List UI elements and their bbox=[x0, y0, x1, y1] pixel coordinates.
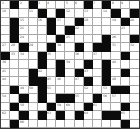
black-cell bbox=[38, 86, 47, 94]
black-cell bbox=[102, 77, 111, 85]
white-cell[interactable] bbox=[38, 43, 47, 51]
white-cell[interactable] bbox=[19, 9, 28, 17]
black-cell bbox=[19, 94, 28, 102]
white-cell[interactable] bbox=[29, 94, 38, 102]
white-cell[interactable]: 44 bbox=[1, 77, 10, 85]
black-cell bbox=[47, 18, 56, 26]
black-cell bbox=[84, 1, 93, 9]
white-cell[interactable] bbox=[38, 35, 47, 43]
clue-number: 39 bbox=[66, 60, 70, 63]
black-cell bbox=[10, 120, 19, 128]
white-cell[interactable] bbox=[130, 69, 139, 77]
clue-number: 57 bbox=[112, 94, 116, 97]
white-cell[interactable] bbox=[65, 120, 74, 128]
black-cell bbox=[130, 35, 139, 43]
white-cell[interactable] bbox=[102, 103, 111, 111]
clue-number: 42 bbox=[38, 69, 42, 72]
white-cell[interactable]: 14 bbox=[102, 9, 111, 17]
black-cell bbox=[38, 60, 47, 68]
clue-number: 65 bbox=[121, 111, 125, 114]
black-cell bbox=[56, 35, 65, 43]
white-cell[interactable] bbox=[93, 18, 102, 26]
clue-number: 43 bbox=[84, 69, 88, 72]
white-cell[interactable]: 31 bbox=[111, 43, 120, 51]
black-cell bbox=[29, 77, 38, 85]
white-cell[interactable]: 60 bbox=[65, 103, 74, 111]
clue-number: 33 bbox=[11, 52, 15, 55]
white-cell[interactable]: 16 bbox=[38, 18, 47, 26]
white-cell[interactable]: 55 bbox=[75, 94, 84, 102]
white-cell[interactable] bbox=[102, 52, 111, 60]
white-cell[interactable] bbox=[121, 35, 130, 43]
white-cell[interactable] bbox=[29, 60, 38, 68]
white-cell[interactable] bbox=[65, 86, 74, 94]
white-cell[interactable] bbox=[47, 120, 56, 128]
clue-number: 45 bbox=[47, 77, 51, 80]
white-cell[interactable]: 3 bbox=[38, 1, 47, 9]
white-cell[interactable] bbox=[121, 60, 130, 68]
white-cell[interactable]: 34 bbox=[19, 52, 28, 60]
white-cell[interactable]: 56 bbox=[102, 94, 111, 102]
clue-number: 62 bbox=[2, 111, 6, 114]
white-cell[interactable] bbox=[1, 103, 10, 111]
black-cell bbox=[130, 9, 139, 17]
clue-number: 34 bbox=[20, 52, 24, 55]
clue-number: 24 bbox=[20, 35, 24, 38]
clue-number: 3 bbox=[38, 1, 40, 4]
black-cell bbox=[121, 120, 130, 128]
black-cell bbox=[29, 1, 38, 9]
white-cell[interactable] bbox=[29, 120, 38, 128]
white-cell[interactable] bbox=[47, 9, 56, 17]
white-cell[interactable] bbox=[130, 94, 139, 102]
white-cell[interactable]: 62 bbox=[1, 111, 10, 119]
white-cell[interactable]: 40 bbox=[111, 60, 120, 68]
black-cell bbox=[38, 94, 47, 102]
white-cell[interactable]: 19 bbox=[111, 18, 120, 26]
white-cell[interactable] bbox=[47, 69, 56, 77]
white-cell[interactable] bbox=[56, 1, 65, 9]
white-cell[interactable]: 4 bbox=[47, 1, 56, 9]
clue-number: 23 bbox=[121, 26, 125, 29]
clue-number: 40 bbox=[112, 60, 116, 63]
white-cell[interactable] bbox=[47, 35, 56, 43]
black-cell bbox=[56, 69, 65, 77]
clue-number: 20 bbox=[130, 18, 134, 21]
white-cell[interactable]: 26 bbox=[111, 35, 120, 43]
white-cell[interactable]: 47 bbox=[75, 77, 84, 85]
white-cell[interactable]: 49 bbox=[19, 86, 28, 94]
white-cell[interactable]: 46 bbox=[56, 77, 65, 85]
white-cell[interactable] bbox=[56, 86, 65, 94]
white-cell[interactable]: 27 bbox=[1, 43, 10, 51]
black-cell bbox=[65, 26, 74, 34]
black-cell bbox=[93, 43, 102, 51]
white-cell[interactable]: 7 bbox=[93, 1, 102, 9]
clue-number: 13 bbox=[84, 9, 88, 12]
clue-number: 29 bbox=[29, 43, 33, 46]
white-cell[interactable]: 28 bbox=[10, 43, 19, 51]
white-cell[interactable]: 43 bbox=[84, 69, 93, 77]
white-cell[interactable] bbox=[10, 60, 19, 68]
white-cell[interactable] bbox=[65, 69, 74, 77]
white-cell[interactable]: 13 bbox=[84, 9, 93, 17]
clue-number: 48 bbox=[112, 77, 116, 80]
clue-number: 16 bbox=[38, 18, 42, 21]
white-cell[interactable]: 24 bbox=[19, 35, 28, 43]
clue-number: 21 bbox=[20, 26, 24, 29]
black-cell bbox=[65, 94, 74, 102]
clue-number: 1 bbox=[2, 1, 4, 4]
white-cell[interactable]: 48 bbox=[111, 77, 120, 85]
white-cell[interactable]: 57 bbox=[111, 94, 120, 102]
white-cell[interactable]: 21 bbox=[19, 26, 28, 34]
white-cell[interactable] bbox=[93, 26, 102, 34]
white-cell[interactable]: 63 bbox=[47, 111, 56, 119]
black-cell bbox=[102, 1, 111, 9]
white-cell[interactable]: 2 bbox=[19, 1, 28, 9]
clue-number: 14 bbox=[103, 9, 107, 12]
white-cell[interactable] bbox=[65, 18, 74, 26]
clue-number: 6 bbox=[75, 1, 77, 4]
white-cell[interactable]: 61 bbox=[93, 103, 102, 111]
black-cell bbox=[38, 9, 47, 17]
white-cell[interactable]: 58 bbox=[19, 103, 28, 111]
clue-number: 5 bbox=[66, 1, 68, 4]
white-cell[interactable] bbox=[93, 86, 102, 94]
clue-number: 60 bbox=[66, 103, 70, 106]
white-cell[interactable] bbox=[10, 77, 19, 85]
white-cell[interactable] bbox=[130, 1, 139, 9]
black-cell bbox=[84, 60, 93, 68]
white-cell[interactable] bbox=[111, 26, 120, 34]
black-cell bbox=[56, 94, 65, 102]
black-cell bbox=[102, 35, 111, 43]
clue-number: 2 bbox=[20, 1, 22, 4]
clue-number: 41 bbox=[2, 69, 6, 72]
clue-number: 61 bbox=[93, 103, 97, 106]
black-cell bbox=[10, 86, 19, 94]
black-cell bbox=[121, 103, 130, 111]
white-cell[interactable] bbox=[1, 18, 10, 26]
white-cell[interactable] bbox=[75, 103, 84, 111]
white-cell[interactable] bbox=[65, 43, 74, 51]
black-cell bbox=[75, 18, 84, 26]
white-cell[interactable] bbox=[29, 103, 38, 111]
black-cell bbox=[38, 111, 47, 119]
white-cell[interactable] bbox=[130, 52, 139, 60]
black-cell bbox=[19, 43, 28, 51]
clue-number: 19 bbox=[112, 18, 116, 21]
clue-number: 63 bbox=[47, 111, 51, 114]
black-cell bbox=[38, 77, 47, 85]
white-cell[interactable] bbox=[75, 35, 84, 43]
clue-number: 58 bbox=[20, 103, 24, 106]
white-cell[interactable] bbox=[130, 60, 139, 68]
black-cell bbox=[84, 77, 93, 85]
white-cell[interactable] bbox=[1, 86, 10, 94]
white-cell[interactable]: 50 bbox=[29, 86, 38, 94]
white-cell[interactable]: 1 bbox=[1, 1, 10, 9]
white-cell[interactable] bbox=[93, 35, 102, 43]
black-cell bbox=[47, 26, 56, 34]
white-cell[interactable] bbox=[56, 26, 65, 34]
white-cell[interactable] bbox=[1, 35, 10, 43]
white-cell[interactable]: 39 bbox=[65, 60, 74, 68]
white-cell[interactable] bbox=[130, 26, 139, 34]
clue-number: 66 bbox=[20, 120, 24, 123]
clue-number: 37 bbox=[93, 52, 97, 55]
black-cell bbox=[84, 103, 93, 111]
white-cell[interactable]: 53 bbox=[102, 86, 111, 94]
white-cell[interactable] bbox=[84, 26, 93, 34]
white-cell[interactable] bbox=[75, 86, 84, 94]
white-cell[interactable] bbox=[84, 120, 93, 128]
white-cell[interactable]: 9 bbox=[121, 1, 130, 9]
clue-number: 8 bbox=[112, 1, 114, 4]
white-cell[interactable]: 17 bbox=[56, 18, 65, 26]
white-cell[interactable] bbox=[102, 120, 111, 128]
white-cell[interactable] bbox=[93, 60, 102, 68]
white-cell[interactable] bbox=[121, 43, 130, 51]
white-cell[interactable] bbox=[65, 77, 74, 85]
white-cell[interactable] bbox=[102, 18, 111, 26]
clue-number: 30 bbox=[57, 43, 61, 46]
white-cell[interactable] bbox=[29, 111, 38, 119]
bottom-margin bbox=[0, 129, 140, 132]
black-cell bbox=[10, 26, 19, 34]
black-cell bbox=[38, 52, 47, 60]
white-cell[interactable] bbox=[29, 18, 38, 26]
black-cell bbox=[56, 111, 65, 119]
black-cell bbox=[121, 52, 130, 60]
white-cell[interactable]: 29 bbox=[29, 43, 38, 51]
white-cell[interactable] bbox=[111, 103, 120, 111]
clue-number: 51 bbox=[47, 86, 51, 89]
white-cell[interactable]: 54 bbox=[1, 94, 10, 102]
white-cell[interactable]: 15 bbox=[19, 18, 28, 26]
white-cell[interactable]: 36 bbox=[75, 52, 84, 60]
white-cell[interactable] bbox=[19, 60, 28, 68]
white-cell[interactable] bbox=[38, 26, 47, 34]
white-cell[interactable]: 5 bbox=[65, 1, 74, 9]
clue-number: 12 bbox=[66, 9, 70, 12]
black-cell bbox=[47, 103, 56, 111]
white-cell[interactable] bbox=[75, 9, 84, 17]
white-cell[interactable] bbox=[65, 52, 74, 60]
white-cell[interactable] bbox=[111, 120, 120, 128]
white-cell[interactable]: 65 bbox=[121, 111, 130, 119]
black-cell bbox=[56, 9, 65, 17]
white-cell[interactable] bbox=[111, 52, 120, 60]
white-cell[interactable]: 37 bbox=[93, 52, 102, 60]
white-cell[interactable] bbox=[38, 103, 47, 111]
clue-number: 35 bbox=[47, 52, 51, 55]
clue-number: 32 bbox=[130, 43, 134, 46]
clue-number: 56 bbox=[103, 94, 107, 97]
clue-number: 7 bbox=[93, 1, 95, 4]
clue-number: 59 bbox=[57, 103, 61, 106]
white-cell[interactable]: 18 bbox=[84, 18, 93, 26]
white-cell[interactable]: 23 bbox=[121, 26, 130, 34]
white-cell[interactable]: 59 bbox=[56, 103, 65, 111]
white-cell[interactable]: 12 bbox=[65, 9, 74, 17]
clue-number: 27 bbox=[2, 43, 6, 46]
clue-number: 22 bbox=[75, 26, 79, 29]
white-cell[interactable]: 25 bbox=[65, 35, 74, 43]
white-cell[interactable] bbox=[38, 120, 47, 128]
black-cell bbox=[19, 111, 28, 119]
white-cell[interactable]: 11 bbox=[29, 9, 38, 17]
clue-number: 49 bbox=[20, 86, 24, 89]
clue-number: 46 bbox=[57, 77, 61, 80]
clue-number: 4 bbox=[47, 1, 49, 4]
clue-number: 52 bbox=[84, 86, 88, 89]
white-cell[interactable] bbox=[29, 52, 38, 60]
black-cell bbox=[56, 60, 65, 68]
white-cell[interactable] bbox=[93, 77, 102, 85]
clue-number: 10 bbox=[2, 9, 6, 12]
white-cell[interactable] bbox=[47, 60, 56, 68]
clue-number: 53 bbox=[103, 86, 107, 89]
white-cell[interactable] bbox=[121, 9, 130, 17]
white-cell[interactable] bbox=[56, 52, 65, 60]
white-cell[interactable]: 42 bbox=[38, 69, 47, 77]
black-cell bbox=[102, 43, 111, 51]
white-cell[interactable] bbox=[130, 111, 139, 119]
white-cell[interactable]: 41 bbox=[1, 69, 10, 77]
white-cell[interactable] bbox=[1, 120, 10, 128]
black-cell bbox=[121, 69, 130, 77]
white-cell[interactable] bbox=[84, 94, 93, 102]
white-cell[interactable]: 38 bbox=[1, 60, 10, 68]
black-cell bbox=[29, 69, 38, 77]
black-cell bbox=[102, 69, 111, 77]
black-cell bbox=[121, 18, 130, 26]
white-cell[interactable] bbox=[130, 86, 139, 94]
clue-number: 44 bbox=[2, 77, 6, 80]
black-cell bbox=[1, 52, 10, 60]
black-cell bbox=[111, 111, 120, 119]
white-cell[interactable] bbox=[130, 77, 139, 85]
black-cell bbox=[75, 69, 84, 77]
white-cell[interactable] bbox=[75, 120, 84, 128]
clue-number: 9 bbox=[121, 1, 123, 4]
clue-number: 47 bbox=[75, 77, 79, 80]
white-cell[interactable] bbox=[10, 9, 19, 17]
white-cell[interactable]: 30 bbox=[56, 43, 65, 51]
white-cell[interactable] bbox=[65, 111, 74, 119]
white-cell[interactable] bbox=[111, 69, 120, 77]
white-cell[interactable] bbox=[75, 60, 84, 68]
black-cell bbox=[102, 111, 111, 119]
white-cell[interactable]: 32 bbox=[130, 43, 139, 51]
white-cell[interactable] bbox=[102, 26, 111, 34]
white-cell[interactable] bbox=[10, 94, 19, 102]
black-cell bbox=[111, 86, 120, 94]
white-cell[interactable]: 8 bbox=[111, 1, 120, 9]
white-cell[interactable] bbox=[19, 69, 28, 77]
white-cell[interactable] bbox=[130, 120, 139, 128]
black-cell bbox=[47, 43, 56, 51]
black-cell bbox=[75, 43, 84, 51]
black-cell bbox=[10, 1, 19, 9]
clue-number: 18 bbox=[84, 18, 88, 21]
white-cell[interactable]: 20 bbox=[130, 18, 139, 26]
clue-number: 50 bbox=[29, 86, 33, 89]
black-cell bbox=[102, 60, 111, 68]
white-cell[interactable] bbox=[121, 77, 130, 85]
crossword-board: 1234567891011121314151617181920212223242… bbox=[0, 0, 140, 129]
white-cell[interactable] bbox=[130, 103, 139, 111]
black-cell bbox=[111, 9, 120, 17]
white-cell[interactable] bbox=[29, 26, 38, 34]
black-cell bbox=[10, 18, 19, 26]
white-cell[interactable]: 52 bbox=[84, 86, 93, 94]
white-cell[interactable] bbox=[19, 77, 28, 85]
white-cell[interactable] bbox=[93, 9, 102, 17]
clue-number: 28 bbox=[11, 43, 15, 46]
clue-number: 26 bbox=[112, 35, 116, 38]
white-cell[interactable]: 35 bbox=[47, 52, 56, 60]
black-cell bbox=[10, 103, 19, 111]
white-cell[interactable] bbox=[93, 120, 102, 128]
white-cell[interactable]: 51 bbox=[47, 86, 56, 94]
white-cell[interactable]: 33 bbox=[10, 52, 19, 60]
clue-number: 31 bbox=[112, 43, 116, 46]
white-cell[interactable] bbox=[84, 35, 93, 43]
white-cell[interactable] bbox=[84, 52, 93, 60]
white-cell[interactable] bbox=[84, 43, 93, 51]
clue-number: 17 bbox=[57, 18, 61, 21]
white-cell[interactable]: 10 bbox=[1, 9, 10, 17]
white-cell[interactable]: 22 bbox=[75, 26, 84, 34]
black-cell bbox=[75, 111, 84, 119]
white-cell[interactable] bbox=[56, 120, 65, 128]
white-cell[interactable] bbox=[10, 111, 19, 119]
clue-number: 25 bbox=[66, 35, 70, 38]
white-cell[interactable] bbox=[29, 35, 38, 43]
white-cell[interactable]: 64 bbox=[84, 111, 93, 119]
white-cell[interactable]: 45 bbox=[47, 77, 56, 85]
clue-number: 36 bbox=[75, 52, 79, 55]
white-cell[interactable] bbox=[121, 94, 130, 102]
black-cell bbox=[10, 35, 19, 43]
white-cell[interactable]: 6 bbox=[75, 1, 84, 9]
white-cell[interactable] bbox=[47, 94, 56, 102]
black-cell bbox=[93, 94, 102, 102]
white-cell[interactable] bbox=[1, 26, 10, 34]
clue-number: 15 bbox=[20, 18, 24, 21]
clue-number: 64 bbox=[84, 111, 88, 114]
clue-number: 54 bbox=[2, 94, 6, 97]
white-cell[interactable] bbox=[93, 111, 102, 119]
white-cell[interactable] bbox=[93, 69, 102, 77]
black-cell bbox=[121, 86, 130, 94]
clue-number: 55 bbox=[75, 94, 79, 97]
white-cell[interactable]: 66 bbox=[19, 120, 28, 128]
clue-number: 11 bbox=[29, 9, 33, 12]
clue-number: 38 bbox=[2, 60, 6, 63]
white-cell[interactable] bbox=[10, 69, 19, 77]
